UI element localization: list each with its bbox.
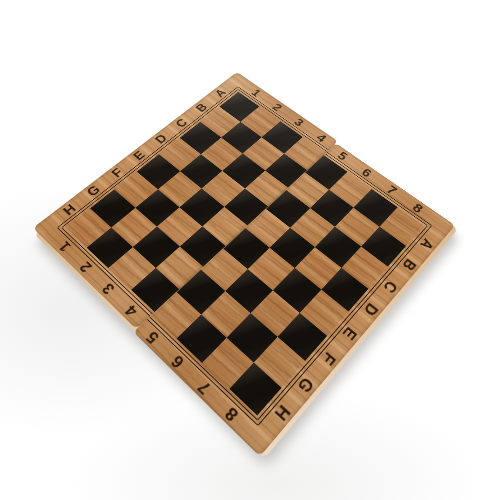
- coordinate-glyph: 7: [384, 183, 400, 197]
- chess-board: 1234567812345678ABCDEFGHABCDEFGH 1234567…: [33, 72, 457, 453]
- coordinate-glyph: C: [173, 116, 191, 130]
- coordinate-glyph: 4: [122, 301, 142, 320]
- coordinate-glyph: 3: [291, 116, 306, 128]
- coordinate-glyph: 1: [55, 238, 75, 255]
- coordinate-glyph: 2: [76, 258, 96, 275]
- coordinate-glyph: H: [60, 201, 79, 218]
- product-photo-scene: 1234567812345678ABCDEFGHABCDEFGH 1234567…: [0, 0, 500, 500]
- coordinate-glyph: D: [152, 132, 170, 146]
- coordinate-glyph: 6: [168, 351, 189, 372]
- coordinate-glyph: 4: [314, 131, 330, 144]
- coordinate-glyph: B: [193, 101, 211, 114]
- coordinate-glyph: 8: [221, 403, 242, 426]
- coordinate-glyph: 7: [194, 376, 215, 398]
- coordinate-glyph: 1: [249, 87, 264, 99]
- coordinate-glyph: 2: [270, 101, 285, 113]
- coordinate-glyph: 6: [359, 166, 375, 180]
- coordinate-glyph: 8: [410, 201, 426, 216]
- coordinate-glyph: 5: [335, 149, 351, 162]
- coordinate-glyph: E: [131, 149, 149, 163]
- coordinate-glyph: A: [212, 87, 229, 100]
- coordinate-glyph: 5: [142, 327, 163, 347]
- coordinate-glyph: F: [108, 166, 126, 180]
- coordinate-glyph: F: [318, 348, 340, 369]
- coordinate-glyph: 3: [99, 279, 119, 297]
- coordinate-glyph: G: [84, 183, 104, 199]
